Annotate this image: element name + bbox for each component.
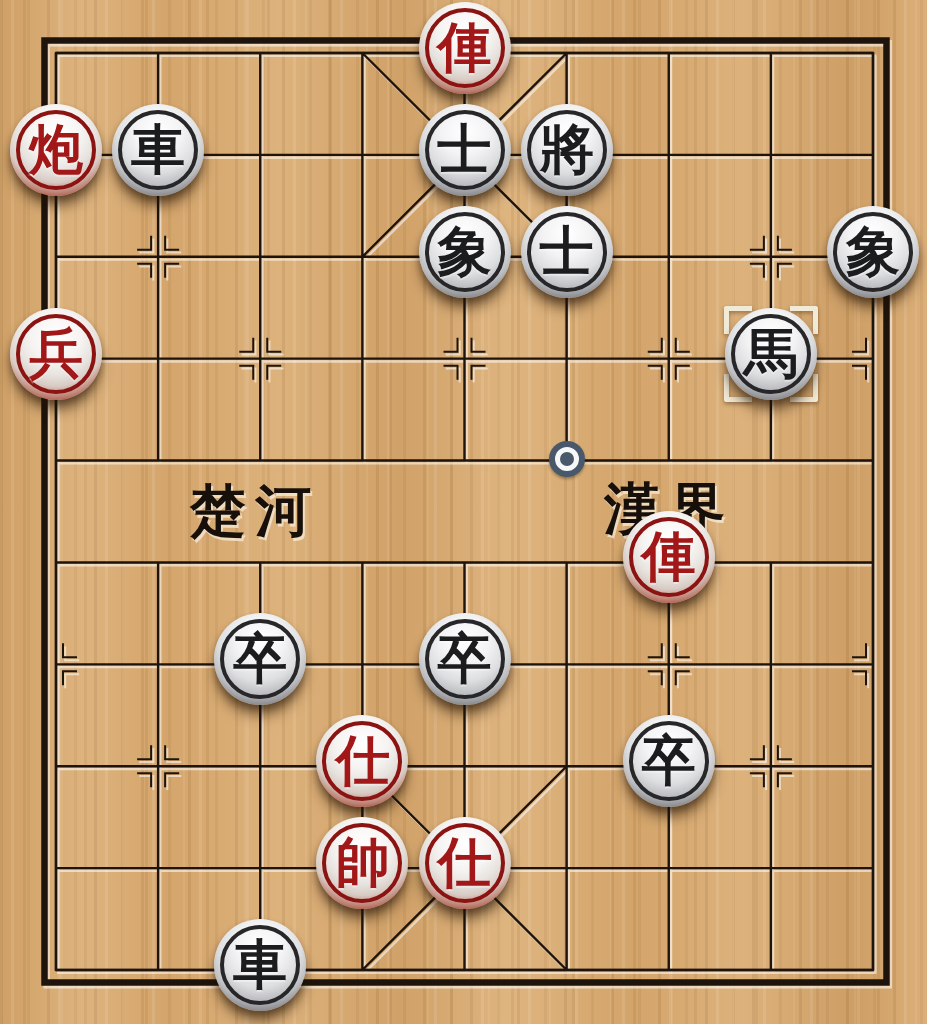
piece-black-elephant[interactable]: 象 (827, 206, 919, 298)
piece-red-advisor[interactable]: 仕 (419, 817, 511, 909)
piece-black-elephant[interactable]: 象 (419, 206, 511, 298)
piece-glyph: 卒 (623, 715, 715, 807)
piece-black-chariot[interactable]: 車 (112, 104, 204, 196)
piece-black-pawn[interactable]: 卒 (623, 715, 715, 807)
piece-glyph: 卒 (419, 613, 511, 705)
piece-red-general[interactable]: 帥 (316, 817, 408, 909)
piece-black-advisor[interactable]: 士 (419, 104, 511, 196)
piece-glyph: 俥 (419, 2, 511, 94)
piece-black-horse[interactable]: 馬 (725, 308, 817, 400)
piece-glyph: 車 (112, 104, 204, 196)
piece-glyph: 馬 (725, 308, 817, 400)
piece-glyph: 士 (521, 206, 613, 298)
piece-red-chariot[interactable]: 俥 (623, 511, 715, 603)
piece-glyph: 炮 (10, 104, 102, 196)
piece-black-chariot[interactable]: 車 (214, 919, 306, 1011)
piece-black-general[interactable]: 將 (521, 104, 613, 196)
piece-red-pawn[interactable]: 兵 (10, 308, 102, 400)
piece-glyph: 兵 (10, 308, 102, 400)
piece-red-chariot[interactable]: 俥 (419, 2, 511, 94)
piece-glyph: 車 (214, 919, 306, 1011)
piece-glyph: 將 (521, 104, 613, 196)
piece-black-pawn[interactable]: 卒 (214, 613, 306, 705)
xiangqi-board: 楚河 漢界 俥炮車士將象士象兵馬俥卒卒仕卒帥仕車 (0, 0, 927, 1024)
piece-red-cannon[interactable]: 炮 (10, 104, 102, 196)
piece-glyph: 象 (419, 206, 511, 298)
piece-black-advisor[interactable]: 士 (521, 206, 613, 298)
piece-glyph: 仕 (419, 817, 511, 909)
piece-glyph: 卒 (214, 613, 306, 705)
piece-glyph: 俥 (623, 511, 715, 603)
piece-glyph: 象 (827, 206, 919, 298)
piece-red-advisor[interactable]: 仕 (316, 715, 408, 807)
piece-glyph: 士 (419, 104, 511, 196)
piece-black-pawn[interactable]: 卒 (419, 613, 511, 705)
piece-glyph: 仕 (316, 715, 408, 807)
last-move-origin-marker (549, 441, 585, 477)
piece-glyph: 帥 (316, 817, 408, 909)
